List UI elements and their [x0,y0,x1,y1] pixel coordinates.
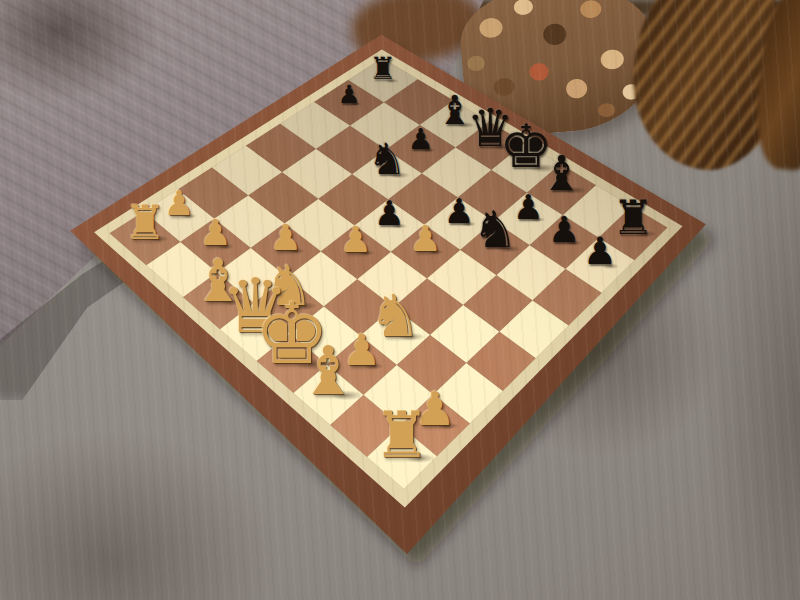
chess-piece-black-knight-c6[interactable]: ♞ [368,138,407,181]
chess-piece-black-pawn-c7[interactable]: ♟ [408,125,434,154]
chess-piece-black-knight-f6[interactable]: ♞ [472,205,517,256]
chess-piece-white-rook-a1[interactable]: ♜ [124,199,166,246]
living-room-scene: ♜♟♝♛♟♚♞♝♟♟♟♟♜♜♟♟♞♟♟♟♟♝♞♛♞♚♟♝♟♜ chess r1b… [0,0,800,600]
chess-piece-black-rook-h8[interactable]: ♜ [612,194,654,241]
chess-piece-black-rook-a8[interactable]: ♜ [369,54,396,85]
chess-piece-black-pawn-a7[interactable]: ♟ [338,81,361,106]
chess-piece-white-pawn-e5[interactable]: ♟ [409,221,441,257]
chess-piece-black-pawn-h7[interactable]: ♟ [583,233,617,271]
chess-piece-white-pawn-a2[interactable]: ♟ [164,187,195,221]
chess-piece-black-pawn-d5[interactable]: ♟ [374,197,405,231]
chess-piece-black-pawn-e6[interactable]: ♟ [444,195,475,229]
chess-piece-black-bishop-f8[interactable]: ♝ [540,149,583,197]
chess-piece-white-bishop-f1[interactable]: ♝ [299,338,359,405]
chess-piece-white-pawn-c3[interactable]: ♟ [270,220,302,256]
chess-piece-white-rook-h1[interactable]: ♜ [374,404,431,467]
chess-piece-white-pawn-d4[interactable]: ♟ [340,222,372,258]
chess-piece-black-pawn-g7[interactable]: ♟ [548,212,580,248]
